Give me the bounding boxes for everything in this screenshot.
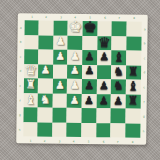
square-a3[interactable] [53,20,68,35]
piece-wR-e1[interactable]: ♜ [25,79,36,91]
coordinate-label: 7 [116,16,123,19]
square-e4[interactable]: ♟ [67,79,82,94]
square-e3[interactable]: ♟ [53,79,68,94]
piece-bB-c7[interactable]: ♝ [113,50,125,63]
coordinate-label: 8 [129,140,136,143]
piece-bP-f5[interactable]: ♟ [84,95,94,106]
coordinate-label: b [19,38,22,45]
piece-bR-d8[interactable]: ♜ [128,65,139,77]
piece-wP-b3[interactable]: ♟ [56,36,66,47]
square-e8[interactable]: ♝ [126,80,141,95]
piece-bK-a5[interactable]: ♚ [83,20,97,35]
carpet-background: 12345678 12345678 abcdefgh abcdefgh ♚♚♟♛… [0,0,160,160]
coordinate-label: 2 [41,139,48,142]
square-b3[interactable]: ♟ [53,35,68,50]
square-e5[interactable]: ♟ [82,79,97,94]
piece-wP-d4[interactable]: ♟ [70,65,80,76]
coordinate-label: 6 [101,16,108,19]
piece-bP-f6[interactable]: ♟ [99,95,109,106]
coordinate-label: 6 [100,140,107,143]
square-c3[interactable]: ♟ [53,50,68,65]
square-g8[interactable] [125,109,140,124]
square-f7[interactable]: ♟ [111,94,126,109]
piece-bR-f8[interactable]: ♜ [127,95,138,107]
piece-wB-f1[interactable]: ♝ [25,93,37,106]
square-c8[interactable] [126,51,141,66]
coordinate-label: 5 [85,139,92,142]
square-c6[interactable]: ♟ [97,50,112,65]
square-h5[interactable] [81,123,96,138]
piece-wQ-d1[interactable]: ♛ [25,63,38,77]
square-f4[interactable]: ♟ [67,94,82,109]
coordinate-label: e [142,84,145,91]
coordinate-label: c [143,55,146,62]
square-g3[interactable] [52,108,67,123]
square-b6[interactable]: ♛ [97,36,112,51]
piece-wK-a4[interactable]: ♚ [68,19,82,34]
square-d4[interactable]: ♟ [67,64,82,79]
square-d5[interactable]: ♟ [82,65,97,80]
coordinate-label: d [142,69,145,76]
square-g6[interactable] [96,109,111,124]
piece-bP-e5[interactable]: ♟ [84,80,94,91]
square-b5[interactable] [82,36,97,51]
square-b2[interactable] [38,35,53,50]
square-f5[interactable]: ♟ [82,94,97,109]
square-b8[interactable] [126,36,141,51]
coordinate-label: f [18,97,21,104]
square-b1[interactable] [24,35,39,50]
coordinate-label: 4 [71,139,78,142]
square-c4[interactable]: ♟ [68,50,83,65]
coordinate-label: a [143,25,146,32]
square-f8[interactable]: ♜ [126,94,141,109]
coordinate-label: 2 [43,15,50,18]
coordinate-label: d [19,68,22,75]
chess-board[interactable]: 12345678 12345678 abcdefgh abcdefgh ♚♚♟♛… [16,13,148,145]
board-grid: ♚♚♟♛♟♟♟♟♝♛♟♟♟♞♜♜♟♟♟♟♞♝♝♞♟♟♟♟♜ [23,20,141,138]
square-c7[interactable]: ♝ [111,50,126,65]
coordinate-label: h [142,128,145,135]
coordinate-label: g [142,113,145,120]
square-h6[interactable] [96,123,111,138]
piece-bQ-b6[interactable]: ♛ [98,35,111,49]
square-g7[interactable] [111,109,126,124]
square-h8[interactable] [125,123,140,138]
square-d3[interactable] [53,64,68,79]
square-a7[interactable] [112,21,127,36]
square-c5[interactable]: ♟ [82,50,97,65]
square-a4[interactable]: ♚ [68,20,83,35]
square-g1[interactable] [23,108,38,123]
piece-wP-e4[interactable]: ♟ [70,80,80,91]
coordinate-label: 3 [58,15,65,18]
piece-wP-c4[interactable]: ♟ [70,51,80,62]
coordinate-label: 8 [131,16,138,19]
coordinate-label: g [18,111,21,118]
square-g2[interactable] [38,108,53,123]
piece-bP-c5[interactable]: ♟ [85,51,95,62]
square-b4[interactable] [68,35,83,50]
piece-bB-e8[interactable]: ♝ [127,80,139,93]
square-f3[interactable] [52,93,67,108]
piece-wP-d2[interactable]: ♟ [41,65,51,76]
piece-bP-f7[interactable]: ♟ [113,95,123,106]
piece-wP-c3[interactable]: ♟ [55,51,65,62]
square-h1[interactable] [23,122,38,137]
coordinate-label: h [18,126,21,133]
square-h4[interactable] [67,123,82,138]
square-e2[interactable] [38,79,53,94]
piece-wN-f2[interactable]: ♞ [40,94,51,106]
piece-bP-d5[interactable]: ♟ [84,65,94,76]
square-a2[interactable] [39,20,54,35]
piece-bP-c6[interactable]: ♟ [99,51,109,62]
coordinate-label: 1 [27,139,34,142]
square-h7[interactable] [111,123,126,138]
square-f1[interactable]: ♝ [23,93,38,108]
coordinate-label: e [19,82,22,89]
square-e6[interactable]: ♟ [96,79,111,94]
square-f2[interactable]: ♞ [38,93,53,108]
coordinate-label: f [142,98,145,105]
square-e7[interactable]: ♞ [111,80,126,95]
coordinate-label: a [19,24,22,31]
piece-bN-e7[interactable]: ♞ [113,80,124,92]
coordinate-label: c [19,53,22,60]
square-h2[interactable] [37,122,52,137]
coordinate-label: b [143,40,146,47]
square-g5[interactable] [81,108,96,123]
square-d7[interactable]: ♞ [111,65,126,80]
square-a5[interactable]: ♚ [83,21,98,36]
coordinate-label: 3 [56,139,63,142]
square-c2[interactable] [38,50,53,65]
piece-bN-d7[interactable]: ♞ [113,65,124,77]
coordinate-label: 7 [114,140,121,143]
piece-bP-e6[interactable]: ♟ [99,80,109,91]
square-d1[interactable]: ♛ [24,64,39,79]
square-d6[interactable] [97,65,112,80]
coordinate-label: 1 [28,15,35,18]
square-d2[interactable]: ♟ [38,64,53,79]
square-a8[interactable] [126,21,141,36]
piece-wP-e3[interactable]: ♟ [55,80,65,91]
square-h3[interactable] [52,123,67,138]
square-g4[interactable] [67,108,82,123]
piece-wP-f4[interactable]: ♟ [69,94,79,105]
square-a1[interactable] [24,20,39,35]
square-f6[interactable]: ♟ [96,94,111,109]
